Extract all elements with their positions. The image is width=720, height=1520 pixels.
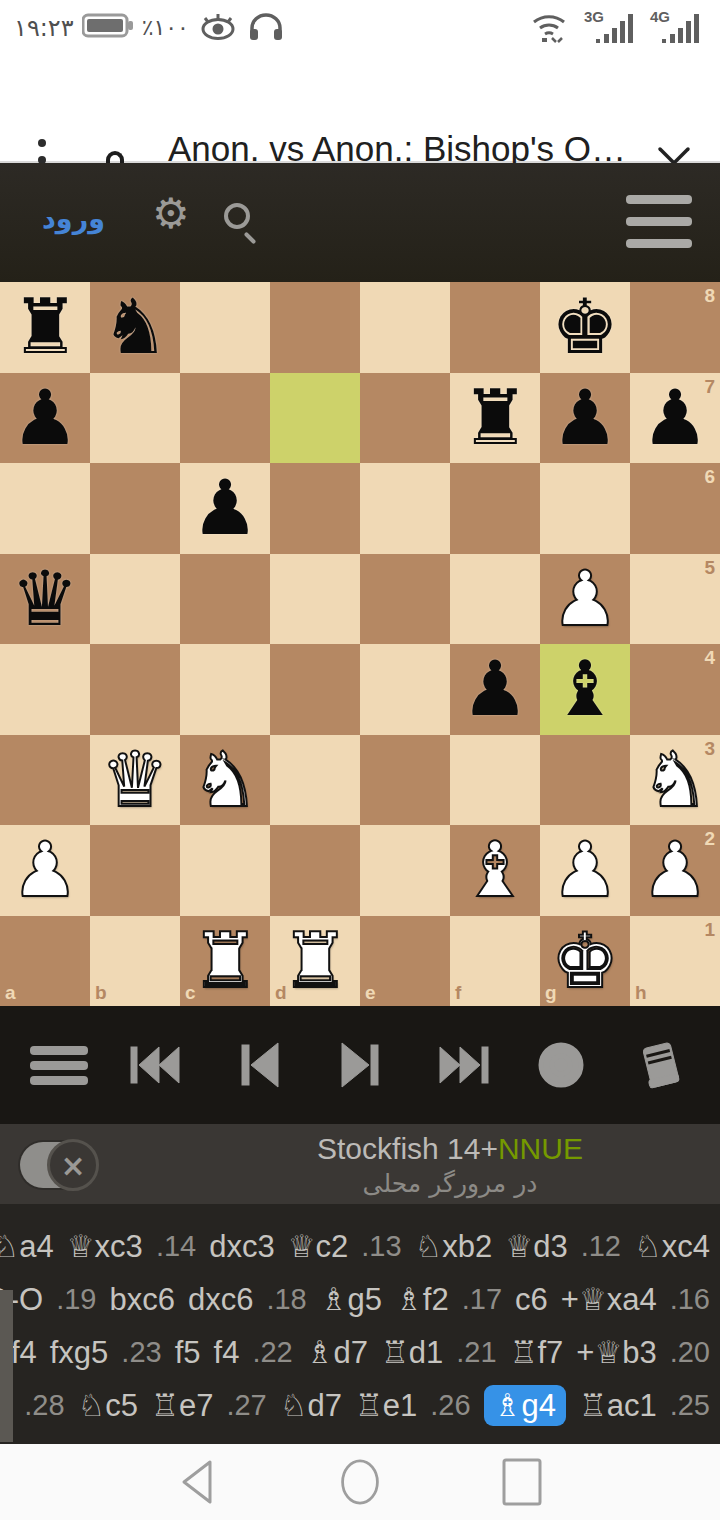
- square-b5[interactable]: [90, 554, 180, 645]
- square-g6[interactable]: [540, 463, 630, 554]
- move[interactable]: ♗d7: [306, 1334, 368, 1371]
- square-e6[interactable]: [360, 463, 450, 554]
- square-b2[interactable]: [90, 825, 180, 916]
- white-bishop-piece[interactable]: ♝: [461, 832, 529, 908]
- white-pawn-piece[interactable]: ♟: [641, 832, 709, 908]
- opening-book-button[interactable]: [622, 1026, 700, 1104]
- square-g8[interactable]: ♚: [540, 282, 630, 373]
- move-number: .17: [462, 1283, 502, 1316]
- rank-label-7: 7: [704, 376, 715, 398]
- next-move-button[interactable]: [321, 1026, 399, 1104]
- status-bar: ۱۹:۲۳ ٪۱۰۰: [0, 0, 720, 55]
- login-link[interactable]: ورود: [42, 203, 105, 234]
- move[interactable]: dxc6: [188, 1282, 253, 1318]
- move[interactable]: ♖e1: [355, 1387, 417, 1424]
- move[interactable]: f4: [214, 1335, 240, 1371]
- black-rook-piece[interactable]: ♜: [461, 380, 529, 456]
- hamburger-menu-icon[interactable]: [626, 195, 692, 261]
- move[interactable]: ♘a4: [0, 1228, 54, 1265]
- square-c1[interactable]: ♜c: [180, 916, 270, 1007]
- move[interactable]: bxc6: [109, 1282, 174, 1318]
- rank-label-1: 1: [704, 919, 715, 941]
- move[interactable]: ♕c2: [288, 1228, 349, 1265]
- square-a5[interactable]: ♛: [0, 554, 90, 645]
- square-b4[interactable]: [90, 644, 180, 735]
- square-e1[interactable]: e: [360, 916, 450, 1007]
- black-king-piece[interactable]: ♚: [551, 289, 619, 365]
- square-b8[interactable]: ♞: [90, 282, 180, 373]
- black-pawn-piece[interactable]: ♟: [551, 380, 619, 456]
- square-g5[interactable]: ♟: [540, 554, 630, 645]
- move-number: .23: [121, 1336, 161, 1369]
- search-icon[interactable]: [224, 203, 250, 229]
- chess-board: ♜♞♚8♟♜♟♟7♟6♛♟5♟♝4♛♞♞3♟♝♟♟2ab♜c♜def♚g1h: [0, 282, 720, 1006]
- move-number: .26: [430, 1389, 470, 1422]
- browser-bar: Anon. vs Anon.: Bishop's O… lichess.org: [0, 55, 720, 163]
- move-number: .13: [361, 1230, 401, 1263]
- move[interactable]: ♕xc3: [67, 1228, 143, 1265]
- square-g1[interactable]: ♚g: [540, 916, 630, 1007]
- square-h5[interactable]: 5: [630, 554, 720, 645]
- white-knight-piece[interactable]: ♞: [641, 742, 709, 818]
- square-d8[interactable]: [270, 282, 360, 373]
- move-number: .25: [670, 1389, 710, 1422]
- move[interactable]: ♘xc4: [634, 1228, 710, 1265]
- rank-label-8: 8: [704, 285, 715, 307]
- black-pawn-piece[interactable]: ♟: [641, 380, 709, 456]
- rank-label-6: 6: [704, 466, 715, 488]
- move-number: .18: [266, 1283, 306, 1316]
- move[interactable]: fxg5: [50, 1335, 109, 1371]
- move[interactable]: ♘c5: [78, 1387, 139, 1424]
- file-label-d: d: [275, 982, 287, 1004]
- rank-label-5: 5: [704, 557, 715, 579]
- next-move-icon: [338, 1041, 382, 1089]
- square-e7[interactable]: [360, 373, 450, 464]
- square-c8[interactable]: [180, 282, 270, 373]
- move-number: .22: [252, 1336, 292, 1369]
- square-d6[interactable]: [270, 463, 360, 554]
- square-d5[interactable]: [270, 554, 360, 645]
- move-number: .16: [670, 1283, 710, 1316]
- white-rook-piece[interactable]: ♜: [191, 923, 259, 999]
- move-number: .21: [456, 1336, 496, 1369]
- square-f8[interactable]: [450, 282, 540, 373]
- square-c3[interactable]: ♞: [180, 735, 270, 826]
- square-d2[interactable]: [270, 825, 360, 916]
- white-king-piece[interactable]: ♚: [551, 923, 619, 999]
- engine-badge: NNUE: [498, 1132, 583, 1165]
- move-number: .12: [581, 1230, 621, 1263]
- menu-icon: [30, 1040, 88, 1091]
- file-label-e: e: [365, 982, 376, 1004]
- square-b1[interactable]: b: [90, 916, 180, 1007]
- move-line-2: .16+♕xa4c6.17♗f2♗g5.18dxc6bxc6.19O-OO-O: [0, 1273, 720, 1326]
- file-label-a: a: [5, 982, 16, 1004]
- black-pawn-piece[interactable]: ♟: [461, 651, 529, 727]
- move[interactable]: ♖e7: [151, 1387, 213, 1424]
- square-e3[interactable]: [360, 735, 450, 826]
- file-label-b: b: [95, 982, 107, 1004]
- current-move[interactable]: ♗g4: [484, 1385, 566, 1426]
- rank-label-4: 4: [704, 647, 715, 669]
- square-a3[interactable]: [0, 735, 90, 826]
- square-d1[interactable]: ♜d: [270, 916, 360, 1007]
- move[interactable]: ♗f2: [395, 1281, 449, 1318]
- file-label-h: h: [635, 982, 647, 1004]
- move-number: .20: [670, 1336, 710, 1369]
- square-a1[interactable]: a: [0, 916, 90, 1007]
- back-icon: [178, 1456, 218, 1508]
- square-a4[interactable]: [0, 644, 90, 735]
- square-f7[interactable]: ♜: [450, 373, 540, 464]
- svg-text:4G: 4G: [650, 8, 670, 25]
- move-number: .28: [24, 1389, 64, 1422]
- 4g-signal-icon: 4G: [648, 6, 706, 50]
- rank-label-3: 3: [704, 738, 715, 760]
- previous-move-button[interactable]: [221, 1026, 299, 1104]
- square-b6[interactable]: [90, 463, 180, 554]
- svg-text:3G: 3G: [584, 8, 604, 25]
- square-g4[interactable]: ♝: [540, 644, 630, 735]
- white-queen-piece[interactable]: ♛: [101, 742, 169, 818]
- square-c4[interactable]: [180, 644, 270, 735]
- square-b3[interactable]: ♛: [90, 735, 180, 826]
- square-a6[interactable]: [0, 463, 90, 554]
- recents-icon: [500, 1456, 544, 1508]
- square-f4[interactable]: ♟: [450, 644, 540, 735]
- black-queen-piece[interactable]: ♛: [11, 561, 79, 637]
- move[interactable]: f5: [175, 1335, 201, 1371]
- square-h4[interactable]: 4: [630, 644, 720, 735]
- white-pawn-piece[interactable]: ♟: [551, 561, 619, 637]
- move[interactable]: ♖ac1: [579, 1387, 657, 1424]
- square-a8[interactable]: ♜: [0, 282, 90, 373]
- square-h3[interactable]: ♞3: [630, 735, 720, 826]
- toggle-off-icon: ×: [47, 1139, 99, 1191]
- white-pawn-piece[interactable]: ♟: [551, 832, 619, 908]
- previous-move-icon: [238, 1041, 282, 1089]
- last-move-icon: [430, 1043, 490, 1087]
- file-label-f: f: [455, 982, 461, 1004]
- white-knight-piece[interactable]: ♞: [191, 742, 259, 818]
- headset-icon: [247, 9, 285, 47]
- back-button[interactable]: [176, 1454, 220, 1510]
- square-h1[interactable]: 1h: [630, 916, 720, 1007]
- square-g7[interactable]: ♟: [540, 373, 630, 464]
- practice-button[interactable]: [522, 1026, 600, 1104]
- square-b7[interactable]: [90, 373, 180, 464]
- move-line-1: ♘xc4.12♕d3♘xb2.13♕c2dxc3.14♕xc3♘a4.15♕c2…: [0, 1220, 720, 1273]
- first-move-icon: [129, 1043, 189, 1087]
- move-number: .19: [56, 1283, 96, 1316]
- move-line-4: .25♖ac1♗g4.26♖e1♘d7.27♖e7♘c5.28+♕xf7♔h8: [0, 1379, 720, 1432]
- square-g2[interactable]: ♟: [540, 825, 630, 916]
- first-move-button[interactable]: [120, 1026, 198, 1104]
- black-pawn-piece[interactable]: ♟: [11, 380, 79, 456]
- square-c5[interactable]: [180, 554, 270, 645]
- square-e8[interactable]: [360, 282, 450, 373]
- home-icon: [338, 1454, 382, 1510]
- site-header: ورود ⚙: [0, 163, 720, 282]
- black-rook-piece[interactable]: ♜: [11, 289, 79, 365]
- gear-icon[interactable]: ⚙: [152, 189, 190, 238]
- square-c7[interactable]: [180, 373, 270, 464]
- last-move-button[interactable]: [421, 1026, 499, 1104]
- square-f6[interactable]: [450, 463, 540, 554]
- android-nav-bar: [0, 1444, 720, 1520]
- square-h2[interactable]: ♟2: [630, 825, 720, 916]
- battery-icon: [82, 12, 134, 44]
- engine-name: Stockfish 14+NNUE: [180, 1132, 720, 1166]
- white-pawn-piece[interactable]: ♟: [11, 832, 79, 908]
- square-f5[interactable]: [450, 554, 540, 645]
- rank-label-2: 2: [704, 828, 715, 850]
- square-d4[interactable]: [270, 644, 360, 735]
- move-number: .14: [156, 1230, 196, 1263]
- square-d3[interactable]: [270, 735, 360, 826]
- file-label-c: c: [185, 982, 196, 1004]
- square-f2[interactable]: ♝: [450, 825, 540, 916]
- square-e4[interactable]: [360, 644, 450, 735]
- replay-controls: [0, 1006, 720, 1124]
- square-d7[interactable]: [270, 373, 360, 464]
- move[interactable]: +♕xa4: [561, 1281, 657, 1318]
- black-pawn-piece[interactable]: ♟: [191, 470, 259, 546]
- move[interactable]: c6: [515, 1282, 548, 1318]
- battery-percent: ٪۱۰۰: [142, 15, 189, 40]
- square-a7[interactable]: ♟: [0, 373, 90, 464]
- move-number: .27: [226, 1389, 266, 1422]
- square-f3[interactable]: [450, 735, 540, 826]
- clock-time: ۱۹:۲۳: [14, 14, 74, 42]
- file-label-g: g: [545, 982, 557, 1004]
- move[interactable]: ♖f7: [510, 1334, 564, 1371]
- square-e5[interactable]: [360, 554, 450, 645]
- move-line-3: .20+♕b3♖f7.21♖d1♗d7.22f4f5.23fxg5f4.24♘c…: [0, 1326, 720, 1379]
- square-c2[interactable]: [180, 825, 270, 916]
- menu-button[interactable]: [20, 1026, 98, 1104]
- eye-comfort-icon: [197, 10, 239, 46]
- recents-button[interactable]: [500, 1454, 544, 1510]
- wifi-icon: [528, 8, 574, 48]
- square-c6[interactable]: ♟: [180, 463, 270, 554]
- square-f1[interactable]: f: [450, 916, 540, 1007]
- square-h6[interactable]: 6: [630, 463, 720, 554]
- move[interactable]: ♗g5: [320, 1281, 382, 1318]
- move-list: ♘xc4.12♕d3♘xb2.13♕c2dxc3.14♕xc3♘a4.15♕c2…: [0, 1210, 720, 1444]
- move[interactable]: +♕b3: [576, 1334, 656, 1371]
- engine-subtitle: در مرورگر محلی: [180, 1169, 720, 1198]
- move[interactable]: ♘xb2: [415, 1228, 493, 1265]
- book-icon: [635, 1039, 687, 1091]
- move[interactable]: f4: [11, 1335, 37, 1371]
- square-e2[interactable]: [360, 825, 450, 916]
- target-icon: [535, 1039, 587, 1091]
- black-knight-piece[interactable]: ♞: [101, 289, 169, 365]
- engine-panel: × Stockfish 14+NNUE در مرورگر محلی: [0, 1124, 720, 1210]
- move[interactable]: dxc3: [209, 1229, 274, 1265]
- engine-toggle[interactable]: ×: [20, 1142, 96, 1188]
- square-h8[interactable]: 8: [630, 282, 720, 373]
- 3g-signal-icon: 3G: [582, 6, 640, 50]
- move[interactable]: ♘d7: [280, 1387, 342, 1424]
- square-a2[interactable]: ♟: [0, 825, 90, 916]
- move[interactable]: ♕d3: [505, 1228, 567, 1265]
- move[interactable]: ♖d1: [381, 1334, 443, 1371]
- square-h7[interactable]: ♟7: [630, 373, 720, 464]
- square-g3[interactable]: [540, 735, 630, 826]
- scrollbar-thumb[interactable]: [0, 1290, 13, 1442]
- black-bishop-piece[interactable]: ♝: [551, 651, 619, 727]
- white-rook-piece[interactable]: ♜: [281, 923, 349, 999]
- home-button[interactable]: [338, 1454, 382, 1510]
